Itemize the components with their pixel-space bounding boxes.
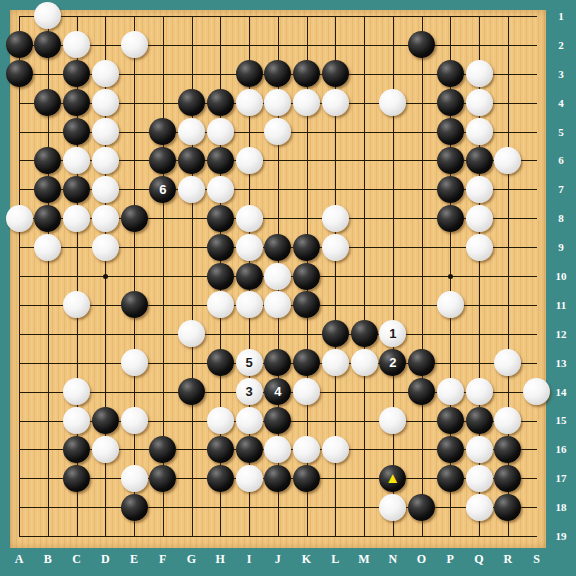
intersection-O12[interactable] [407, 319, 436, 348]
intersection-H16[interactable] [206, 435, 235, 464]
intersection-R17[interactable] [493, 464, 522, 493]
intersection-H18[interactable] [206, 493, 235, 522]
intersection-R16[interactable] [493, 435, 522, 464]
intersection-K9[interactable] [292, 233, 321, 262]
intersection-B6[interactable] [33, 146, 62, 175]
intersection-O14[interactable] [407, 377, 436, 406]
intersection-G3[interactable] [177, 59, 206, 88]
intersection-A4[interactable] [5, 88, 34, 117]
intersection-N17[interactable]: ▲ [378, 464, 407, 493]
intersection-I6[interactable] [235, 146, 264, 175]
intersection-R8[interactable] [493, 204, 522, 233]
intersection-O4[interactable] [407, 88, 436, 117]
intersection-I9[interactable] [235, 233, 264, 262]
intersection-E17[interactable] [120, 464, 149, 493]
intersection-R12[interactable] [493, 319, 522, 348]
intersection-B4[interactable] [33, 88, 62, 117]
intersection-E3[interactable] [120, 59, 149, 88]
intersection-C3[interactable] [62, 59, 91, 88]
intersection-Q16[interactable] [465, 435, 494, 464]
intersection-J13[interactable] [263, 348, 292, 377]
intersection-F17[interactable] [148, 464, 177, 493]
intersection-I19[interactable] [235, 522, 264, 551]
intersection-E7[interactable] [120, 175, 149, 204]
intersection-N11[interactable] [378, 290, 407, 319]
intersection-Q6[interactable] [465, 146, 494, 175]
intersection-O18[interactable] [407, 493, 436, 522]
intersection-P6[interactable] [436, 146, 465, 175]
intersection-Q2[interactable] [465, 30, 494, 59]
intersection-D18[interactable] [91, 493, 120, 522]
intersection-A1[interactable] [5, 2, 34, 31]
intersection-A5[interactable] [5, 117, 34, 146]
intersection-I16[interactable] [235, 435, 264, 464]
intersection-F10[interactable] [148, 262, 177, 291]
intersection-R13[interactable] [493, 348, 522, 377]
intersection-N13[interactable]: 2 [378, 348, 407, 377]
intersection-I4[interactable] [235, 88, 264, 117]
intersection-D12[interactable] [91, 319, 120, 348]
intersection-L7[interactable] [321, 175, 350, 204]
intersection-C7[interactable] [62, 175, 91, 204]
intersection-C6[interactable] [62, 146, 91, 175]
intersection-E1[interactable] [120, 2, 149, 31]
intersection-L12[interactable] [321, 319, 350, 348]
intersection-Q9[interactable] [465, 233, 494, 262]
intersection-L8[interactable] [321, 204, 350, 233]
intersection-P7[interactable] [436, 175, 465, 204]
intersection-O3[interactable] [407, 59, 436, 88]
intersection-O6[interactable] [407, 146, 436, 175]
intersection-G5[interactable] [177, 117, 206, 146]
intersection-C14[interactable] [62, 377, 91, 406]
intersection-B2[interactable] [33, 30, 62, 59]
intersection-I10[interactable] [235, 262, 264, 291]
intersection-L10[interactable] [321, 262, 350, 291]
intersection-O5[interactable] [407, 117, 436, 146]
intersection-J8[interactable] [263, 204, 292, 233]
intersection-M4[interactable] [350, 88, 379, 117]
intersection-B16[interactable] [33, 435, 62, 464]
intersection-M15[interactable] [350, 406, 379, 435]
intersection-N5[interactable] [378, 117, 407, 146]
intersection-R7[interactable] [493, 175, 522, 204]
intersection-J10[interactable] [263, 262, 292, 291]
intersection-P8[interactable] [436, 204, 465, 233]
intersection-D19[interactable] [91, 522, 120, 551]
intersection-G4[interactable] [177, 88, 206, 117]
intersection-J5[interactable] [263, 117, 292, 146]
intersection-E19[interactable] [120, 522, 149, 551]
intersection-A11[interactable] [5, 290, 34, 319]
intersection-P5[interactable] [436, 117, 465, 146]
intersection-A9[interactable] [5, 233, 34, 262]
intersection-L19[interactable] [321, 522, 350, 551]
intersection-L9[interactable] [321, 233, 350, 262]
intersection-E18[interactable] [120, 493, 149, 522]
intersection-C2[interactable] [62, 30, 91, 59]
intersection-J3[interactable] [263, 59, 292, 88]
intersection-B1[interactable] [33, 2, 62, 31]
intersection-C19[interactable] [62, 522, 91, 551]
intersection-G14[interactable] [177, 377, 206, 406]
intersection-A12[interactable] [5, 319, 34, 348]
intersection-G6[interactable] [177, 146, 206, 175]
intersection-L1[interactable] [321, 2, 350, 31]
intersection-G15[interactable] [177, 406, 206, 435]
intersection-J18[interactable] [263, 493, 292, 522]
intersection-P11[interactable] [436, 290, 465, 319]
intersection-B7[interactable] [33, 175, 62, 204]
intersection-E2[interactable] [120, 30, 149, 59]
intersection-I1[interactable] [235, 2, 264, 31]
intersection-L18[interactable] [321, 493, 350, 522]
intersection-C10[interactable] [62, 262, 91, 291]
intersection-P14[interactable] [436, 377, 465, 406]
intersection-J19[interactable] [263, 522, 292, 551]
intersection-K8[interactable] [292, 204, 321, 233]
intersection-A16[interactable] [5, 435, 34, 464]
intersection-F13[interactable] [148, 348, 177, 377]
intersection-C17[interactable] [62, 464, 91, 493]
intersection-C12[interactable] [62, 319, 91, 348]
intersection-H6[interactable] [206, 146, 235, 175]
intersection-C18[interactable] [62, 493, 91, 522]
intersection-Q7[interactable] [465, 175, 494, 204]
intersection-H17[interactable] [206, 464, 235, 493]
intersection-G13[interactable] [177, 348, 206, 377]
intersection-D15[interactable] [91, 406, 120, 435]
intersection-Q13[interactable] [465, 348, 494, 377]
intersection-G9[interactable] [177, 233, 206, 262]
intersection-M16[interactable] [350, 435, 379, 464]
intersection-B15[interactable] [33, 406, 62, 435]
intersection-E11[interactable] [120, 290, 149, 319]
intersection-R19[interactable] [493, 522, 522, 551]
intersection-J15[interactable] [263, 406, 292, 435]
intersection-M14[interactable] [350, 377, 379, 406]
intersection-P9[interactable] [436, 233, 465, 262]
intersection-N1[interactable] [378, 2, 407, 31]
intersection-B17[interactable] [33, 464, 62, 493]
intersection-H2[interactable] [206, 30, 235, 59]
intersection-D8[interactable] [91, 204, 120, 233]
intersection-K11[interactable] [292, 290, 321, 319]
intersection-Q5[interactable] [465, 117, 494, 146]
intersection-I5[interactable] [235, 117, 264, 146]
intersection-E8[interactable] [120, 204, 149, 233]
intersection-D6[interactable] [91, 146, 120, 175]
intersection-B11[interactable] [33, 290, 62, 319]
intersection-B13[interactable] [33, 348, 62, 377]
intersection-K15[interactable] [292, 406, 321, 435]
intersection-K19[interactable] [292, 522, 321, 551]
intersection-N2[interactable] [378, 30, 407, 59]
intersection-R4[interactable] [493, 88, 522, 117]
intersection-K1[interactable] [292, 2, 321, 31]
intersection-H1[interactable] [206, 2, 235, 31]
intersection-J16[interactable] [263, 435, 292, 464]
intersection-K10[interactable] [292, 262, 321, 291]
intersection-D3[interactable] [91, 59, 120, 88]
intersection-O13[interactable] [407, 348, 436, 377]
intersection-Q15[interactable] [465, 406, 494, 435]
intersection-Q12[interactable] [465, 319, 494, 348]
intersection-M12[interactable] [350, 319, 379, 348]
intersection-L13[interactable] [321, 348, 350, 377]
intersection-R1[interactable] [493, 2, 522, 31]
intersection-D10[interactable] [91, 262, 120, 291]
intersection-G10[interactable] [177, 262, 206, 291]
intersection-Q17[interactable] [465, 464, 494, 493]
intersection-C4[interactable] [62, 88, 91, 117]
intersection-J12[interactable] [263, 319, 292, 348]
intersection-E12[interactable] [120, 319, 149, 348]
intersection-N3[interactable] [378, 59, 407, 88]
intersection-P13[interactable] [436, 348, 465, 377]
intersection-A7[interactable] [5, 175, 34, 204]
intersection-K2[interactable] [292, 30, 321, 59]
intersection-F1[interactable] [148, 2, 177, 31]
intersection-A6[interactable] [5, 146, 34, 175]
intersection-L17[interactable] [321, 464, 350, 493]
intersection-F7[interactable]: 6 [148, 175, 177, 204]
intersection-P17[interactable] [436, 464, 465, 493]
intersection-B3[interactable] [33, 59, 62, 88]
intersection-F16[interactable] [148, 435, 177, 464]
intersection-C13[interactable] [62, 348, 91, 377]
intersection-E4[interactable] [120, 88, 149, 117]
intersection-K4[interactable] [292, 88, 321, 117]
intersection-F4[interactable] [148, 88, 177, 117]
intersection-J7[interactable] [263, 175, 292, 204]
intersection-A17[interactable] [5, 464, 34, 493]
intersection-R5[interactable] [493, 117, 522, 146]
intersection-F5[interactable] [148, 117, 177, 146]
intersection-Q3[interactable] [465, 59, 494, 88]
intersection-I12[interactable] [235, 319, 264, 348]
intersection-H13[interactable] [206, 348, 235, 377]
intersection-J2[interactable] [263, 30, 292, 59]
intersection-M17[interactable] [350, 464, 379, 493]
intersection-A18[interactable] [5, 493, 34, 522]
intersection-O15[interactable] [407, 406, 436, 435]
intersection-I13[interactable]: 5 [235, 348, 264, 377]
intersection-F19[interactable] [148, 522, 177, 551]
intersection-B19[interactable] [33, 522, 62, 551]
intersection-F18[interactable] [148, 493, 177, 522]
intersection-P16[interactable] [436, 435, 465, 464]
intersection-G12[interactable] [177, 319, 206, 348]
intersection-H15[interactable] [206, 406, 235, 435]
intersection-J9[interactable] [263, 233, 292, 262]
intersection-O1[interactable] [407, 2, 436, 31]
intersection-K12[interactable] [292, 319, 321, 348]
intersection-F12[interactable] [148, 319, 177, 348]
intersection-K16[interactable] [292, 435, 321, 464]
intersection-D1[interactable] [91, 2, 120, 31]
intersection-L2[interactable] [321, 30, 350, 59]
intersection-N7[interactable] [378, 175, 407, 204]
intersection-P12[interactable] [436, 319, 465, 348]
intersection-I11[interactable] [235, 290, 264, 319]
intersection-O7[interactable] [407, 175, 436, 204]
intersection-G11[interactable] [177, 290, 206, 319]
intersection-Q1[interactable] [465, 2, 494, 31]
intersection-D14[interactable] [91, 377, 120, 406]
intersection-M2[interactable] [350, 30, 379, 59]
intersection-I7[interactable] [235, 175, 264, 204]
intersection-F2[interactable] [148, 30, 177, 59]
intersection-A8[interactable] [5, 204, 34, 233]
intersection-C8[interactable] [62, 204, 91, 233]
intersection-A19[interactable] [5, 522, 34, 551]
intersection-M10[interactable] [350, 262, 379, 291]
intersection-J17[interactable] [263, 464, 292, 493]
intersection-K7[interactable] [292, 175, 321, 204]
intersection-J6[interactable] [263, 146, 292, 175]
intersection-L15[interactable] [321, 406, 350, 435]
intersection-M13[interactable] [350, 348, 379, 377]
intersection-M19[interactable] [350, 522, 379, 551]
intersection-C5[interactable] [62, 117, 91, 146]
intersection-G8[interactable] [177, 204, 206, 233]
intersection-H12[interactable] [206, 319, 235, 348]
intersection-N14[interactable] [378, 377, 407, 406]
intersection-E13[interactable] [120, 348, 149, 377]
intersection-H8[interactable] [206, 204, 235, 233]
intersection-F11[interactable] [148, 290, 177, 319]
intersection-M18[interactable] [350, 493, 379, 522]
intersection-E16[interactable] [120, 435, 149, 464]
intersection-H14[interactable] [206, 377, 235, 406]
intersection-Q8[interactable] [465, 204, 494, 233]
intersection-A15[interactable] [5, 406, 34, 435]
intersection-O16[interactable] [407, 435, 436, 464]
intersection-N16[interactable] [378, 435, 407, 464]
intersection-N18[interactable] [378, 493, 407, 522]
intersection-R11[interactable] [493, 290, 522, 319]
intersection-K3[interactable] [292, 59, 321, 88]
intersection-E14[interactable] [120, 377, 149, 406]
intersection-M11[interactable] [350, 290, 379, 319]
intersection-N9[interactable] [378, 233, 407, 262]
intersection-G18[interactable] [177, 493, 206, 522]
intersection-P1[interactable] [436, 2, 465, 31]
intersection-M5[interactable] [350, 117, 379, 146]
intersection-R18[interactable] [493, 493, 522, 522]
intersection-O17[interactable] [407, 464, 436, 493]
intersection-D5[interactable] [91, 117, 120, 146]
intersection-R10[interactable] [493, 262, 522, 291]
intersection-F6[interactable] [148, 146, 177, 175]
intersection-J1[interactable] [263, 2, 292, 31]
intersection-C9[interactable] [62, 233, 91, 262]
intersection-O9[interactable] [407, 233, 436, 262]
intersection-B8[interactable] [33, 204, 62, 233]
intersection-I3[interactable] [235, 59, 264, 88]
intersection-C15[interactable] [62, 406, 91, 435]
intersection-F8[interactable] [148, 204, 177, 233]
intersection-P2[interactable] [436, 30, 465, 59]
intersection-Q18[interactable] [465, 493, 494, 522]
intersection-E9[interactable] [120, 233, 149, 262]
intersection-K6[interactable] [292, 146, 321, 175]
intersection-O19[interactable] [407, 522, 436, 551]
intersection-R14[interactable] [493, 377, 522, 406]
intersection-D2[interactable] [91, 30, 120, 59]
intersection-K18[interactable] [292, 493, 321, 522]
intersection-M1[interactable] [350, 2, 379, 31]
intersection-E15[interactable] [120, 406, 149, 435]
intersection-G19[interactable] [177, 522, 206, 551]
intersection-R3[interactable] [493, 59, 522, 88]
intersection-G1[interactable] [177, 2, 206, 31]
intersection-N12[interactable]: 1 [378, 319, 407, 348]
intersection-N8[interactable] [378, 204, 407, 233]
intersection-E5[interactable] [120, 117, 149, 146]
intersection-M8[interactable] [350, 204, 379, 233]
intersection-B5[interactable] [33, 117, 62, 146]
intersection-Q11[interactable] [465, 290, 494, 319]
intersection-I15[interactable] [235, 406, 264, 435]
intersection-Q14[interactable] [465, 377, 494, 406]
intersection-L16[interactable] [321, 435, 350, 464]
intersection-Q4[interactable] [465, 88, 494, 117]
intersection-H9[interactable] [206, 233, 235, 262]
intersection-H4[interactable] [206, 88, 235, 117]
intersection-H10[interactable] [206, 262, 235, 291]
intersection-I8[interactable] [235, 204, 264, 233]
intersection-M3[interactable] [350, 59, 379, 88]
intersection-G2[interactable] [177, 30, 206, 59]
intersection-B14[interactable] [33, 377, 62, 406]
intersection-H7[interactable] [206, 175, 235, 204]
intersection-D17[interactable] [91, 464, 120, 493]
intersection-J14[interactable]: 4 [263, 377, 292, 406]
intersection-P10[interactable] [436, 262, 465, 291]
intersection-D4[interactable] [91, 88, 120, 117]
intersection-E6[interactable] [120, 146, 149, 175]
intersection-L14[interactable] [321, 377, 350, 406]
intersection-E10[interactable] [120, 262, 149, 291]
intersection-A13[interactable] [5, 348, 34, 377]
intersection-R6[interactable] [493, 146, 522, 175]
intersection-L3[interactable] [321, 59, 350, 88]
intersection-F15[interactable] [148, 406, 177, 435]
intersection-I14[interactable]: 3 [235, 377, 264, 406]
intersection-D16[interactable] [91, 435, 120, 464]
intersection-H11[interactable] [206, 290, 235, 319]
intersection-M7[interactable] [350, 175, 379, 204]
intersection-O2[interactable] [407, 30, 436, 59]
intersection-B18[interactable] [33, 493, 62, 522]
intersection-K13[interactable] [292, 348, 321, 377]
intersection-K5[interactable] [292, 117, 321, 146]
intersection-I17[interactable] [235, 464, 264, 493]
intersection-F14[interactable] [148, 377, 177, 406]
intersection-R15[interactable] [493, 406, 522, 435]
intersection-R9[interactable] [493, 233, 522, 262]
intersection-O8[interactable] [407, 204, 436, 233]
intersection-D9[interactable] [91, 233, 120, 262]
intersection-I2[interactable] [235, 30, 264, 59]
intersection-B10[interactable] [33, 262, 62, 291]
intersection-B9[interactable] [33, 233, 62, 262]
intersection-L6[interactable] [321, 146, 350, 175]
intersection-D7[interactable] [91, 175, 120, 204]
intersection-A2[interactable] [5, 30, 34, 59]
